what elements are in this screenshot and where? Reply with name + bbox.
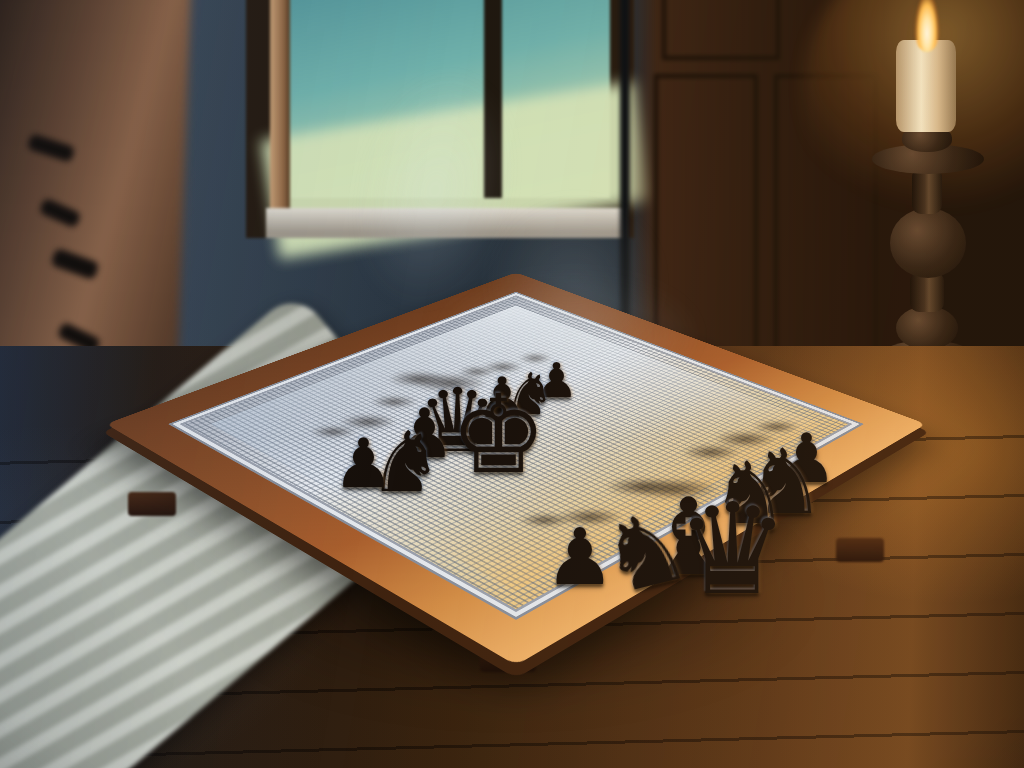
board-foot bbox=[128, 492, 176, 516]
board-foot bbox=[836, 538, 884, 562]
scene-photo: ♟♞♟♚♛♟♞♟♟♞♞♛♝♞♟ bbox=[0, 0, 1024, 768]
